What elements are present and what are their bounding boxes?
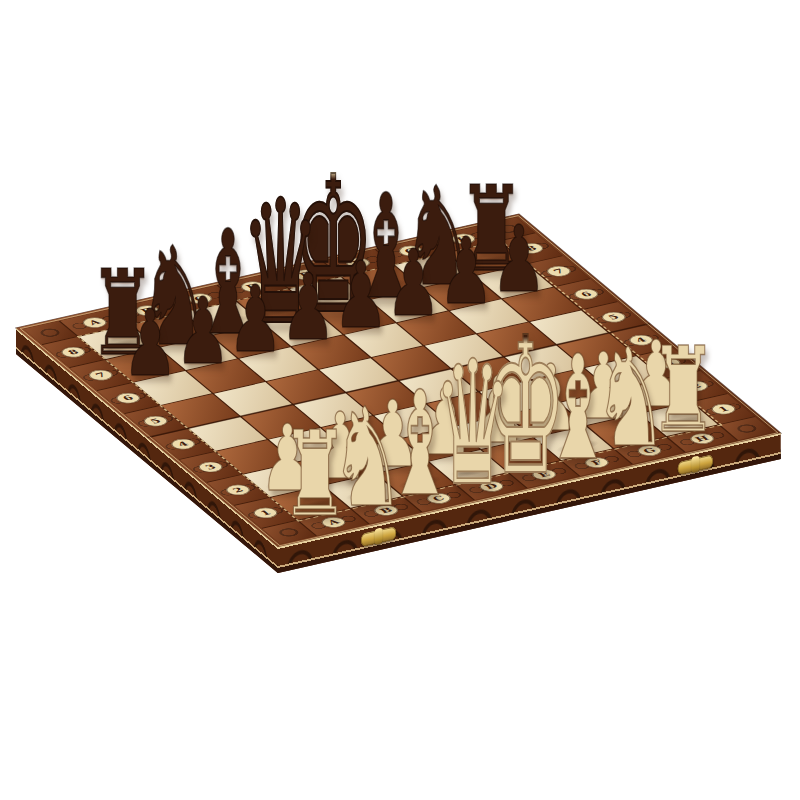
piece-black-pawn-e7[interactable]: ♟ [333,250,389,342]
rank-disc: 6 [570,287,602,301]
rank-disc: 4 [167,437,199,451]
piece-black-pawn-d7[interactable]: ♟ [280,262,336,354]
rank-disc: 7 [543,264,575,278]
piece-black-pawn-a7[interactable]: ♟ [122,298,178,390]
rank-disc: 2 [222,483,254,497]
rank-disc: 8 [58,345,90,359]
piece-white-rook-a1[interactable]: ♜ [281,416,349,534]
piece-black-pawn-c7[interactable]: ♟ [228,274,284,366]
product-photo-stage: ABCDEFGH8877665544332211ABCDEFGH ♜♞♟♝♟♚♟… [0,0,800,800]
piece-black-pawn-h7[interactable]: ♟ [491,215,547,307]
piece-black-pawn-b7[interactable]: ♟ [175,286,231,378]
rank-disc: 3 [195,460,227,474]
piece-black-pawn-f7[interactable]: ♟ [386,238,442,330]
rank-disc: 5 [140,414,172,428]
